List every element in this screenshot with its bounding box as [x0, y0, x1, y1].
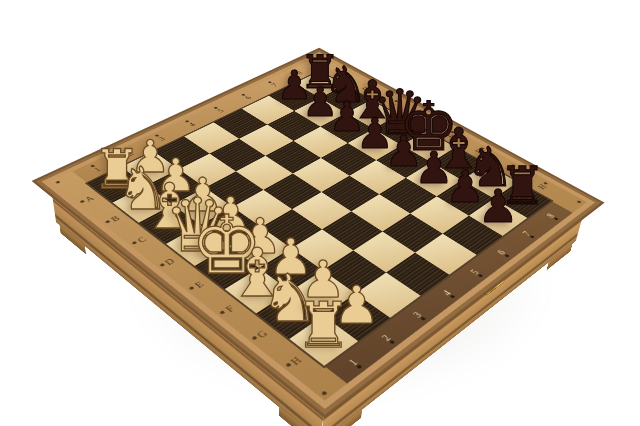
pieces-layer: ♜♞♝♛♚♝♞♜♟♟♟♟♟♟♟♟♟♟♟♟♟♟♟♟♜♞♝♛♚♝♞♜ [0, 0, 640, 426]
photo-stage: ABCDEFGH ABCDEFGH 12345678 12345678 ♜♞♝♛… [0, 0, 640, 426]
black-pawn-h7[interactable]: ♟ [478, 183, 519, 229]
white-rook-h1[interactable]: ♜ [295, 294, 352, 357]
